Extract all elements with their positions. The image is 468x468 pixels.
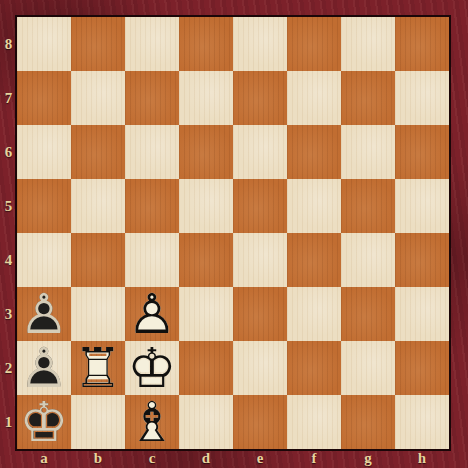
square-d3[interactable]: [179, 287, 233, 341]
square-a4[interactable]: [17, 233, 71, 287]
square-c7[interactable]: [125, 71, 179, 125]
rank-label-1: 1: [0, 395, 17, 449]
square-b1[interactable]: [71, 395, 125, 449]
square-a5[interactable]: [17, 179, 71, 233]
square-f3[interactable]: [287, 287, 341, 341]
square-d5[interactable]: [179, 179, 233, 233]
rank-label-7: 7: [0, 71, 17, 125]
square-b8[interactable]: [71, 17, 125, 71]
square-f4[interactable]: [287, 233, 341, 287]
board-frame: ♟♙♟♙♟♙♜♖♚♔♚♔♝♗ 87654321 abcdefgh: [0, 0, 468, 468]
white-bishop[interactable]: ♝♗: [125, 395, 179, 449]
file-label-h: h: [395, 449, 449, 468]
square-a6[interactable]: [17, 125, 71, 179]
chess-board: ♟♙♟♙♟♙♜♖♚♔♚♔♝♗: [17, 17, 449, 449]
black-king[interactable]: ♚♔: [17, 395, 71, 449]
square-a7[interactable]: [17, 71, 71, 125]
file-label-a: a: [17, 449, 71, 468]
square-a1[interactable]: ♚♔: [17, 395, 71, 449]
square-g7[interactable]: [341, 71, 395, 125]
square-g6[interactable]: [341, 125, 395, 179]
rank-label-4: 4: [0, 233, 17, 287]
rank-label-2: 2: [0, 341, 17, 395]
square-a8[interactable]: [17, 17, 71, 71]
square-f1[interactable]: [287, 395, 341, 449]
square-f5[interactable]: [287, 179, 341, 233]
square-e7[interactable]: [233, 71, 287, 125]
square-h4[interactable]: [395, 233, 449, 287]
black-king-outline-icon: ♔: [17, 395, 71, 449]
square-e3[interactable]: [233, 287, 287, 341]
white-rook-outline-icon: ♖: [71, 341, 125, 395]
square-b3[interactable]: [71, 287, 125, 341]
black-pawn[interactable]: ♟♙: [17, 287, 71, 341]
square-b6[interactable]: [71, 125, 125, 179]
square-c2[interactable]: ♚♔: [125, 341, 179, 395]
square-b5[interactable]: [71, 179, 125, 233]
rank-label-8: 8: [0, 17, 17, 71]
white-pawn[interactable]: ♟♙: [125, 287, 179, 341]
file-label-f: f: [287, 449, 341, 468]
square-h6[interactable]: [395, 125, 449, 179]
square-c1[interactable]: ♝♗: [125, 395, 179, 449]
square-c6[interactable]: [125, 125, 179, 179]
square-e6[interactable]: [233, 125, 287, 179]
square-c4[interactable]: [125, 233, 179, 287]
square-e2[interactable]: [233, 341, 287, 395]
file-label-d: d: [179, 449, 233, 468]
square-c3[interactable]: ♟♙: [125, 287, 179, 341]
white-king-outline-icon: ♔: [125, 341, 179, 395]
square-d7[interactable]: [179, 71, 233, 125]
square-b7[interactable]: [71, 71, 125, 125]
square-g4[interactable]: [341, 233, 395, 287]
square-e1[interactable]: [233, 395, 287, 449]
square-e8[interactable]: [233, 17, 287, 71]
square-h3[interactable]: [395, 287, 449, 341]
file-label-c: c: [125, 449, 179, 468]
square-g5[interactable]: [341, 179, 395, 233]
square-f8[interactable]: [287, 17, 341, 71]
white-pawn-outline-icon: ♙: [125, 287, 179, 341]
white-rook[interactable]: ♜♖: [71, 341, 125, 395]
square-a3[interactable]: ♟♙: [17, 287, 71, 341]
rank-label-6: 6: [0, 125, 17, 179]
square-c8[interactable]: [125, 17, 179, 71]
square-f2[interactable]: [287, 341, 341, 395]
square-d6[interactable]: [179, 125, 233, 179]
black-pawn-outline-icon: ♙: [17, 287, 71, 341]
square-h2[interactable]: [395, 341, 449, 395]
square-b2[interactable]: ♜♖: [71, 341, 125, 395]
square-d8[interactable]: [179, 17, 233, 71]
white-king[interactable]: ♚♔: [125, 341, 179, 395]
square-h1[interactable]: [395, 395, 449, 449]
square-e4[interactable]: [233, 233, 287, 287]
square-a2[interactable]: ♟♙: [17, 341, 71, 395]
square-h7[interactable]: [395, 71, 449, 125]
square-f6[interactable]: [287, 125, 341, 179]
square-f7[interactable]: [287, 71, 341, 125]
square-c5[interactable]: [125, 179, 179, 233]
file-label-b: b: [71, 449, 125, 468]
file-label-g: g: [341, 449, 395, 468]
square-d1[interactable]: [179, 395, 233, 449]
black-pawn-outline-icon: ♙: [17, 341, 71, 395]
square-d2[interactable]: [179, 341, 233, 395]
square-g2[interactable]: [341, 341, 395, 395]
square-g8[interactable]: [341, 17, 395, 71]
square-h8[interactable]: [395, 17, 449, 71]
white-bishop-outline-icon: ♗: [125, 395, 179, 449]
square-g3[interactable]: [341, 287, 395, 341]
file-label-e: e: [233, 449, 287, 468]
rank-label-3: 3: [0, 287, 17, 341]
square-e5[interactable]: [233, 179, 287, 233]
rank-label-5: 5: [0, 179, 17, 233]
black-pawn[interactable]: ♟♙: [17, 341, 71, 395]
square-d4[interactable]: [179, 233, 233, 287]
square-g1[interactable]: [341, 395, 395, 449]
square-b4[interactable]: [71, 233, 125, 287]
square-h5[interactable]: [395, 179, 449, 233]
